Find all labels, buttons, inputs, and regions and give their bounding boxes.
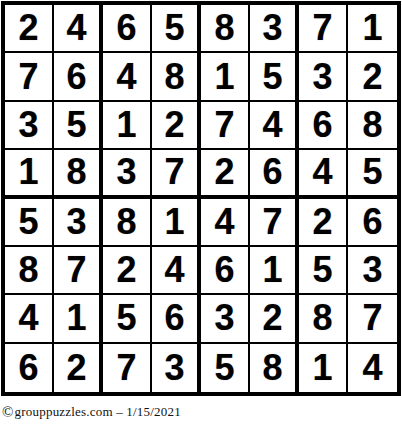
cell-r6c4: 4 bbox=[152, 247, 201, 295]
cell-r6c8: 3 bbox=[348, 247, 397, 295]
cell-r2c5: 1 bbox=[201, 53, 250, 101]
cell-r4c5: 2 bbox=[201, 150, 250, 198]
cell-r5c4: 1 bbox=[152, 199, 201, 247]
cell-r7c7: 8 bbox=[299, 295, 348, 343]
cell-r3c1: 3 bbox=[5, 102, 54, 150]
cell-r8c3: 7 bbox=[103, 344, 152, 392]
cell-r3c3: 1 bbox=[103, 102, 152, 150]
cell-r2c6: 5 bbox=[250, 53, 299, 101]
cell-r4c8: 5 bbox=[348, 150, 397, 198]
cell-r2c3: 4 bbox=[103, 53, 152, 101]
cell-r4c7: 4 bbox=[299, 150, 348, 198]
cell-r2c8: 2 bbox=[348, 53, 397, 101]
cell-r1c5: 8 bbox=[201, 5, 250, 53]
cell-r3c7: 6 bbox=[299, 102, 348, 150]
cell-r5c8: 6 bbox=[348, 199, 397, 247]
cell-r1c2: 4 bbox=[54, 5, 103, 53]
cell-r2c7: 3 bbox=[299, 53, 348, 101]
cell-r1c3: 6 bbox=[103, 5, 152, 53]
cell-r8c6: 8 bbox=[250, 344, 299, 392]
cell-r6c1: 8 bbox=[5, 247, 54, 295]
cell-r1c1: 2 bbox=[5, 5, 54, 53]
cell-r7c4: 6 bbox=[152, 295, 201, 343]
cell-r6c5: 6 bbox=[201, 247, 250, 295]
cell-r8c7: 1 bbox=[299, 344, 348, 392]
copyright-icon: © bbox=[2, 406, 14, 419]
cell-r4c3: 3 bbox=[103, 150, 152, 198]
cell-r5c5: 4 bbox=[201, 199, 250, 247]
cell-r5c3: 8 bbox=[103, 199, 152, 247]
cell-r1c4: 5 bbox=[152, 5, 201, 53]
cell-r6c3: 2 bbox=[103, 247, 152, 295]
cell-r3c4: 2 bbox=[152, 102, 201, 150]
cell-r3c6: 4 bbox=[250, 102, 299, 150]
cell-r7c5: 3 bbox=[201, 295, 250, 343]
cell-r7c2: 1 bbox=[54, 295, 103, 343]
cell-r7c3: 5 bbox=[103, 295, 152, 343]
cell-r8c8: 4 bbox=[348, 344, 397, 392]
cell-r2c1: 7 bbox=[5, 53, 54, 101]
cell-r7c6: 2 bbox=[250, 295, 299, 343]
cell-r8c2: 2 bbox=[54, 344, 103, 392]
cell-r7c1: 4 bbox=[5, 295, 54, 343]
copyright-line: ©grouppuzzles.com – 1/15/2021 bbox=[2, 403, 181, 421]
cell-r4c4: 7 bbox=[152, 150, 201, 198]
cell-r6c2: 7 bbox=[54, 247, 103, 295]
cell-r4c6: 6 bbox=[250, 150, 299, 198]
cell-r4c1: 1 bbox=[5, 150, 54, 198]
puzzle-card: 2465837176481532351274681837264553814726… bbox=[0, 0, 402, 424]
cell-r5c1: 5 bbox=[5, 199, 54, 247]
cell-r6c6: 1 bbox=[250, 247, 299, 295]
cell-r1c8: 1 bbox=[348, 5, 397, 53]
copyright-text: grouppuzzles.com – 1/15/2021 bbox=[15, 404, 181, 420]
cell-r8c1: 6 bbox=[5, 344, 54, 392]
cell-r3c2: 5 bbox=[54, 102, 103, 150]
cell-r4c2: 8 bbox=[54, 150, 103, 198]
cell-r2c2: 6 bbox=[54, 53, 103, 101]
cell-r7c8: 7 bbox=[348, 295, 397, 343]
cell-r3c8: 8 bbox=[348, 102, 397, 150]
cell-r3c5: 7 bbox=[201, 102, 250, 150]
cell-r8c5: 5 bbox=[201, 344, 250, 392]
cell-r1c7: 7 bbox=[299, 5, 348, 53]
cell-r2c4: 8 bbox=[152, 53, 201, 101]
cell-r1c6: 3 bbox=[250, 5, 299, 53]
cell-r5c6: 7 bbox=[250, 199, 299, 247]
cell-r6c7: 5 bbox=[299, 247, 348, 295]
cell-r5c7: 2 bbox=[299, 199, 348, 247]
cell-r5c2: 3 bbox=[54, 199, 103, 247]
cell-r8c4: 3 bbox=[152, 344, 201, 392]
sudoku-board: 2465837176481532351274681837264553814726… bbox=[1, 1, 401, 396]
